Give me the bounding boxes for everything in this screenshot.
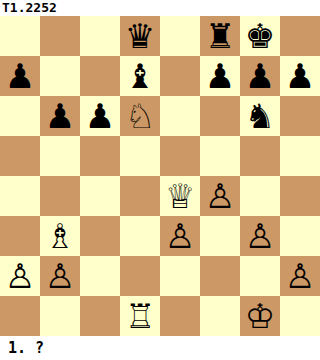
black-knight-piece: ♞ [245,96,275,136]
square-g7[interactable]: ♟ [240,56,280,96]
black-pawn-piece: ♟ [85,96,115,136]
square-h5[interactable] [280,136,320,176]
square-b4[interactable] [40,176,80,216]
square-b6[interactable]: ♟ [40,96,80,136]
square-a5[interactable] [0,136,40,176]
square-e5[interactable] [160,136,200,176]
black-pawn-piece: ♟ [205,56,235,96]
move-prompt: 1. ? [8,336,44,360]
white-pawn-piece: ♙ [285,256,315,296]
square-e3[interactable]: ♙ [160,216,200,256]
black-pawn-piece: ♟ [245,56,275,96]
square-c3[interactable] [80,216,120,256]
square-c1[interactable] [80,296,120,336]
white-knight-piece: ♘ [125,96,155,136]
square-c7[interactable] [80,56,120,96]
black-king-piece: ♚ [245,16,275,56]
square-h2[interactable]: ♙ [280,256,320,296]
square-b2[interactable]: ♙ [40,256,80,296]
puzzle-id: T1.2252 [2,0,57,16]
square-d4[interactable] [120,176,160,216]
square-d1[interactable]: ♖ [120,296,160,336]
white-pawn-piece: ♙ [5,256,35,296]
black-pawn-piece: ♟ [45,96,75,136]
square-h1[interactable] [280,296,320,336]
square-a6[interactable] [0,96,40,136]
black-pawn-piece: ♟ [5,56,35,96]
square-f5[interactable] [200,136,240,176]
white-queen-piece: ♕ [165,176,195,216]
square-e7[interactable] [160,56,200,96]
square-d3[interactable] [120,216,160,256]
square-b7[interactable] [40,56,80,96]
square-g2[interactable] [240,256,280,296]
square-h8[interactable] [280,16,320,56]
square-a4[interactable] [0,176,40,216]
square-g4[interactable] [240,176,280,216]
square-b5[interactable] [40,136,80,176]
square-f3[interactable] [200,216,240,256]
square-c6[interactable]: ♟ [80,96,120,136]
white-king-piece: ♔ [245,296,275,336]
square-f2[interactable] [200,256,240,296]
square-a2[interactable]: ♙ [0,256,40,296]
square-c8[interactable] [80,16,120,56]
status-bar: 1. ? [0,336,320,360]
square-d7[interactable]: ♝ [120,56,160,96]
square-h3[interactable] [280,216,320,256]
square-f8[interactable]: ♜ [200,16,240,56]
square-g5[interactable] [240,136,280,176]
square-h4[interactable] [280,176,320,216]
square-f1[interactable] [200,296,240,336]
square-h6[interactable] [280,96,320,136]
square-f4[interactable]: ♙ [200,176,240,216]
square-a7[interactable]: ♟ [0,56,40,96]
black-queen-piece: ♛ [125,16,155,56]
square-f7[interactable]: ♟ [200,56,240,96]
square-b3[interactable]: ♗ [40,216,80,256]
square-f6[interactable] [200,96,240,136]
white-rook-piece: ♖ [125,296,155,336]
white-bishop-piece: ♗ [45,216,75,256]
chess-board: ♛♜♚♟♝♟♟♟♟♟♘♞♕♙♗♙♙♙♙♙♖♔ [0,16,320,336]
square-c2[interactable] [80,256,120,296]
square-b8[interactable] [40,16,80,56]
square-d5[interactable] [120,136,160,176]
square-g8[interactable]: ♚ [240,16,280,56]
square-d2[interactable] [120,256,160,296]
white-pawn-piece: ♙ [245,216,275,256]
square-a3[interactable] [0,216,40,256]
square-g6[interactable]: ♞ [240,96,280,136]
white-pawn-piece: ♙ [205,176,235,216]
square-d8[interactable]: ♛ [120,16,160,56]
black-rook-piece: ♜ [205,16,235,56]
white-pawn-piece: ♙ [45,256,75,296]
square-g1[interactable]: ♔ [240,296,280,336]
black-bishop-piece: ♝ [125,56,155,96]
square-e2[interactable] [160,256,200,296]
square-e8[interactable] [160,16,200,56]
square-c4[interactable] [80,176,120,216]
square-h7[interactable]: ♟ [280,56,320,96]
square-a1[interactable] [0,296,40,336]
square-e1[interactable] [160,296,200,336]
white-pawn-piece: ♙ [165,216,195,256]
square-e4[interactable]: ♕ [160,176,200,216]
square-c5[interactable] [80,136,120,176]
title-bar: T1.2252 [0,0,320,16]
square-e6[interactable] [160,96,200,136]
black-pawn-piece: ♟ [285,56,315,96]
square-d6[interactable]: ♘ [120,96,160,136]
square-b1[interactable] [40,296,80,336]
square-g3[interactable]: ♙ [240,216,280,256]
square-a8[interactable] [0,16,40,56]
